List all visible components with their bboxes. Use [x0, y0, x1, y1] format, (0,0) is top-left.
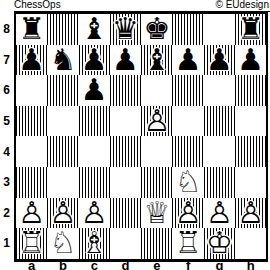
piece-outline-layer: ♗: [79, 227, 110, 258]
file-label-f: f: [172, 258, 203, 270]
piece-outline-layer: ♙: [16, 197, 47, 228]
piece-white-queen[interactable]: ♛♕: [141, 198, 172, 229]
square-d6[interactable]: [110, 75, 141, 106]
square-a1[interactable]: ♜♖: [16, 228, 47, 259]
square-c8[interactable]: ♝: [79, 14, 110, 45]
square-d8[interactable]: ♛: [110, 14, 141, 45]
piece-white-pawn[interactable]: ♟♙: [204, 198, 235, 229]
rank-label-1: 1: [0, 228, 13, 259]
piece-black-bishop[interactable]: ♝: [79, 14, 110, 45]
piece-body-layer: ♝: [141, 44, 172, 75]
piece-black-bishop[interactable]: ♝: [141, 45, 172, 76]
piece-black-knight[interactable]: ♞: [47, 45, 78, 76]
square-d7[interactable]: ♟: [110, 45, 141, 76]
square-b8[interactable]: [47, 14, 78, 45]
piece-white-pawn[interactable]: ♟♙: [79, 198, 110, 229]
file-labels: abcdefgh: [16, 258, 266, 270]
piece-outline-layer: ♙: [235, 197, 266, 228]
piece-body-layer: ♝: [79, 13, 110, 44]
piece-body-layer: ♟: [235, 44, 266, 75]
piece-outline-layer: ♘: [172, 166, 203, 197]
piece-black-pawn[interactable]: ♟: [79, 75, 110, 106]
square-f2[interactable]: ♟♙: [172, 198, 203, 229]
piece-outline-layer: ♘: [47, 227, 78, 258]
piece-black-king[interactable]: ♚: [141, 14, 172, 45]
file-label-a: a: [16, 258, 47, 270]
rank-label-5: 5: [0, 106, 13, 137]
square-h2[interactable]: ♟♙: [235, 198, 266, 229]
square-g7[interactable]: ♟: [204, 45, 235, 76]
square-b2[interactable]: ♟♙: [47, 198, 78, 229]
square-f4[interactable]: [172, 136, 203, 167]
file-label-g: g: [204, 258, 235, 270]
square-f1[interactable]: ♜♖: [172, 228, 203, 259]
rank-label-8: 8: [0, 14, 13, 45]
piece-body-layer: ♟: [172, 44, 203, 75]
piece-outline-layer: ♖: [16, 227, 47, 258]
square-b3[interactable]: [47, 167, 78, 198]
square-f3[interactable]: ♞♘: [172, 167, 203, 198]
piece-body-layer: ♟: [79, 44, 110, 75]
piece-outline-layer: ♙: [79, 197, 110, 228]
square-d4[interactable]: [110, 136, 141, 167]
piece-black-pawn[interactable]: ♟: [110, 45, 141, 76]
square-e8[interactable]: ♚: [141, 14, 172, 45]
piece-white-pawn[interactable]: ♟♙: [47, 198, 78, 229]
rank-label-3: 3: [0, 167, 13, 198]
piece-black-pawn[interactable]: ♟: [235, 45, 266, 76]
piece-body-layer: ♜: [16, 13, 47, 44]
square-h7[interactable]: ♟: [235, 45, 266, 76]
square-h1[interactable]: [235, 228, 266, 259]
piece-outline-layer: ♙: [204, 197, 235, 228]
piece-outline-layer: ♙: [47, 197, 78, 228]
piece-body-layer: ♟: [110, 44, 141, 75]
square-g3[interactable]: [204, 167, 235, 198]
rank-label-7: 7: [0, 45, 13, 76]
piece-outline-layer: ♙: [141, 105, 172, 136]
square-b4[interactable]: [47, 136, 78, 167]
square-h4[interactable]: [235, 136, 266, 167]
square-c6[interactable]: ♟: [79, 75, 110, 106]
file-label-d: d: [110, 258, 141, 270]
square-e4[interactable]: [141, 136, 172, 167]
square-f6[interactable]: [172, 75, 203, 106]
rank-labels: 87654321: [0, 14, 13, 259]
chess-board: ♜♝♛♚♜♟♞♟♟♝♟♟♟♟♟♙♞♘♟♙♟♙♟♙♛♕♟♙♟♙♟♙♜♖♞♘♝♗♜♖…: [14, 12, 268, 262]
square-a4[interactable]: [16, 136, 47, 167]
piece-body-layer: ♛: [110, 13, 141, 44]
square-c7[interactable]: ♟: [79, 45, 110, 76]
square-a6[interactable]: [16, 75, 47, 106]
piece-black-pawn[interactable]: ♟: [204, 45, 235, 76]
piece-white-king[interactable]: ♚♔: [204, 228, 235, 259]
piece-body-layer: ♟: [16, 44, 47, 75]
square-e2[interactable]: ♛♕: [141, 198, 172, 229]
piece-white-rook[interactable]: ♜♖: [172, 228, 203, 259]
square-g5[interactable]: [204, 106, 235, 137]
square-g8[interactable]: [204, 14, 235, 45]
square-b1[interactable]: ♞♘: [47, 228, 78, 259]
copyright-text: © EUdesign: [215, 0, 270, 10]
piece-white-pawn[interactable]: ♟♙: [235, 198, 266, 229]
piece-black-rook[interactable]: ♜: [235, 14, 266, 45]
square-c3[interactable]: [79, 167, 110, 198]
square-c4[interactable]: [79, 136, 110, 167]
piece-white-pawn[interactable]: ♟♙: [172, 198, 203, 229]
square-a2[interactable]: ♟♙: [16, 198, 47, 229]
square-h5[interactable]: [235, 106, 266, 137]
rank-label-2: 2: [0, 198, 13, 229]
piece-white-knight[interactable]: ♞♘: [172, 167, 203, 198]
square-e5[interactable]: ♟♙: [141, 106, 172, 137]
file-label-e: e: [141, 258, 172, 270]
square-g4[interactable]: [204, 136, 235, 167]
rank-label-4: 4: [0, 136, 13, 167]
piece-white-bishop[interactable]: ♝♗: [79, 228, 110, 259]
piece-body-layer: ♚: [141, 13, 172, 44]
piece-white-pawn[interactable]: ♟♙: [141, 106, 172, 137]
header-bar: ChessOps © EUdesign: [14, 0, 270, 12]
square-g6[interactable]: [204, 75, 235, 106]
square-d1[interactable]: [110, 228, 141, 259]
piece-outline-layer: ♖: [172, 227, 203, 258]
piece-body-layer: ♟: [204, 44, 235, 75]
square-h8[interactable]: ♜: [235, 14, 266, 45]
piece-outline-layer: ♕: [141, 197, 172, 228]
square-a7[interactable]: ♟: [16, 45, 47, 76]
piece-body-layer: ♟: [79, 74, 110, 105]
square-b6[interactable]: [47, 75, 78, 106]
piece-black-pawn[interactable]: ♟: [16, 45, 47, 76]
square-a8[interactable]: ♜: [16, 14, 47, 45]
square-c5[interactable]: [79, 106, 110, 137]
square-a3[interactable]: [16, 167, 47, 198]
square-b7[interactable]: ♞: [47, 45, 78, 76]
square-h3[interactable]: [235, 167, 266, 198]
square-d2[interactable]: [110, 198, 141, 229]
piece-black-rook[interactable]: ♜: [16, 14, 47, 45]
rank-label-6: 6: [0, 75, 13, 106]
square-d5[interactable]: [110, 106, 141, 137]
app-title: ChessOps: [14, 0, 61, 10]
square-b5[interactable]: [47, 106, 78, 137]
piece-body-layer: ♞: [47, 44, 78, 75]
piece-white-rook[interactable]: ♜♖: [16, 228, 47, 259]
file-label-h: h: [235, 258, 266, 270]
file-label-c: c: [79, 258, 110, 270]
square-g1[interactable]: ♚♔: [204, 228, 235, 259]
square-e6[interactable]: [141, 75, 172, 106]
piece-black-pawn[interactable]: ♟: [79, 45, 110, 76]
square-f5[interactable]: [172, 106, 203, 137]
square-c1[interactable]: ♝♗: [79, 228, 110, 259]
square-d3[interactable]: [110, 167, 141, 198]
file-label-b: b: [47, 258, 78, 270]
piece-outline-layer: ♔: [204, 227, 235, 258]
piece-body-layer: ♜: [235, 13, 266, 44]
square-e7[interactable]: ♝: [141, 45, 172, 76]
piece-black-queen[interactable]: ♛: [110, 14, 141, 45]
square-e3[interactable]: [141, 167, 172, 198]
piece-white-knight[interactable]: ♞♘: [47, 228, 78, 259]
square-c2[interactable]: ♟♙: [79, 198, 110, 229]
square-f7[interactable]: ♟: [172, 45, 203, 76]
piece-white-pawn[interactable]: ♟♙: [16, 198, 47, 229]
square-h6[interactable]: [235, 75, 266, 106]
piece-outline-layer: ♙: [172, 197, 203, 228]
square-g2[interactable]: ♟♙: [204, 198, 235, 229]
square-e1[interactable]: [141, 228, 172, 259]
square-f8[interactable]: [172, 14, 203, 45]
square-a5[interactable]: [16, 106, 47, 137]
piece-black-pawn[interactable]: ♟: [172, 45, 203, 76]
